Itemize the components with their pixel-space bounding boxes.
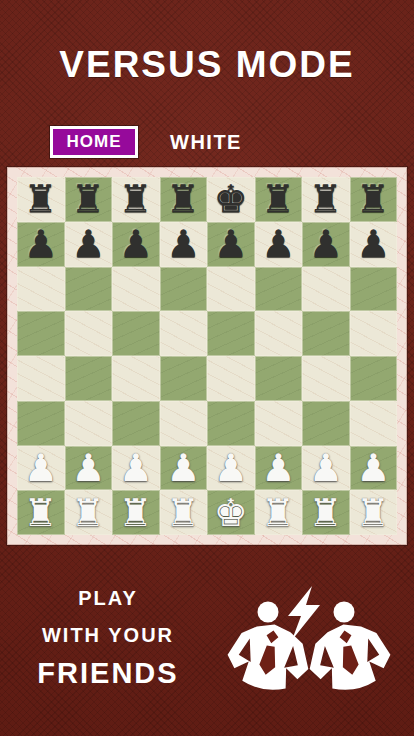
- black-pawn-piece: ♟: [71, 225, 105, 263]
- square-f7[interactable]: ♟: [255, 222, 303, 267]
- square-a8[interactable]: ♜: [17, 177, 65, 222]
- square-b7[interactable]: ♟: [65, 222, 113, 267]
- white-pawn-piece: ♟: [71, 449, 105, 487]
- square-f6[interactable]: [255, 267, 303, 312]
- square-d5[interactable]: [160, 311, 208, 356]
- square-h1[interactable]: ♜: [350, 490, 398, 535]
- white-rook-piece: ♜: [356, 494, 390, 532]
- page-title: VERSUS MODE: [0, 44, 414, 86]
- black-king-piece: ♚: [214, 180, 248, 218]
- square-a6[interactable]: [17, 267, 65, 312]
- white-rook-piece: ♜: [24, 494, 58, 532]
- black-rook-piece: ♜: [166, 180, 200, 218]
- square-e3[interactable]: [207, 401, 255, 446]
- square-a4[interactable]: [17, 356, 65, 401]
- home-button[interactable]: HOME: [50, 126, 138, 158]
- square-c2[interactable]: ♟: [112, 446, 160, 491]
- white-pawn-piece: ♟: [214, 449, 248, 487]
- white-rook-piece: ♜: [71, 494, 105, 532]
- footer-text: PLAY WITH YOUR FRIENDS: [20, 587, 196, 690]
- turn-indicator: WHITE: [170, 131, 242, 154]
- black-pawn-piece: ♟: [24, 225, 58, 263]
- board-frame: ♜♜♜♜♚♜♜♜♟♟♟♟♟♟♟♟♟♟♟♟♟♟♟♟♜♜♜♜♚♜♜♜: [7, 167, 407, 545]
- square-g7[interactable]: ♟: [302, 222, 350, 267]
- square-a3[interactable]: [17, 401, 65, 446]
- black-pawn-piece: ♟: [119, 225, 153, 263]
- white-rook-piece: ♜: [166, 494, 200, 532]
- black-rook-piece: ♜: [71, 180, 105, 218]
- square-d8[interactable]: ♜: [160, 177, 208, 222]
- square-h8[interactable]: ♜: [350, 177, 398, 222]
- footer-line-1: PLAY: [20, 587, 196, 610]
- square-f5[interactable]: [255, 311, 303, 356]
- square-b2[interactable]: ♟: [65, 446, 113, 491]
- black-rook-piece: ♜: [309, 180, 343, 218]
- square-c8[interactable]: ♜: [112, 177, 160, 222]
- white-rook-piece: ♜: [309, 494, 343, 532]
- square-b6[interactable]: [65, 267, 113, 312]
- versus-players-icon: [224, 586, 394, 692]
- square-g6[interactable]: [302, 267, 350, 312]
- square-f4[interactable]: [255, 356, 303, 401]
- chess-board: ♜♜♜♜♚♜♜♜♟♟♟♟♟♟♟♟♟♟♟♟♟♟♟♟♜♜♜♜♚♜♜♜: [17, 177, 397, 535]
- black-pawn-piece: ♟: [214, 225, 248, 263]
- square-h3[interactable]: [350, 401, 398, 446]
- square-e7[interactable]: ♟: [207, 222, 255, 267]
- white-pawn-piece: ♟: [261, 449, 295, 487]
- square-e4[interactable]: [207, 356, 255, 401]
- square-h6[interactable]: [350, 267, 398, 312]
- lightning-bolt-icon: [288, 586, 320, 640]
- black-rook-piece: ♜: [119, 180, 153, 218]
- black-pawn-piece: ♟: [356, 225, 390, 263]
- square-d1[interactable]: ♜: [160, 490, 208, 535]
- square-b5[interactable]: [65, 311, 113, 356]
- square-f3[interactable]: [255, 401, 303, 446]
- square-f2[interactable]: ♟: [255, 446, 303, 491]
- square-g2[interactable]: ♟: [302, 446, 350, 491]
- square-c7[interactable]: ♟: [112, 222, 160, 267]
- square-g4[interactable]: [302, 356, 350, 401]
- square-h2[interactable]: ♟: [350, 446, 398, 491]
- square-e1[interactable]: ♚: [207, 490, 255, 535]
- white-pawn-piece: ♟: [356, 449, 390, 487]
- square-d6[interactable]: [160, 267, 208, 312]
- black-pawn-piece: ♟: [309, 225, 343, 263]
- footer-line-2: WITH YOUR: [20, 624, 196, 647]
- white-pawn-piece: ♟: [166, 449, 200, 487]
- white-rook-piece: ♜: [119, 494, 153, 532]
- footer-line-3: FRIENDS: [20, 657, 196, 690]
- square-g1[interactable]: ♜: [302, 490, 350, 535]
- right-player-body: [303, 617, 394, 692]
- square-f8[interactable]: ♜: [255, 177, 303, 222]
- square-d4[interactable]: [160, 356, 208, 401]
- black-rook-piece: ♜: [24, 180, 58, 218]
- square-b4[interactable]: [65, 356, 113, 401]
- left-player-body: [224, 617, 315, 692]
- square-a5[interactable]: [17, 311, 65, 356]
- left-player-head: [258, 602, 279, 623]
- white-pawn-piece: ♟: [119, 449, 153, 487]
- square-a2[interactable]: ♟: [17, 446, 65, 491]
- square-e2[interactable]: ♟: [207, 446, 255, 491]
- black-rook-piece: ♜: [356, 180, 390, 218]
- square-h4[interactable]: [350, 356, 398, 401]
- square-a7[interactable]: ♟: [17, 222, 65, 267]
- white-pawn-piece: ♟: [309, 449, 343, 487]
- square-b1[interactable]: ♜: [65, 490, 113, 535]
- square-d3[interactable]: [160, 401, 208, 446]
- square-g3[interactable]: [302, 401, 350, 446]
- square-b3[interactable]: [65, 401, 113, 446]
- square-f1[interactable]: ♜: [255, 490, 303, 535]
- black-pawn-piece: ♟: [166, 225, 200, 263]
- square-c3[interactable]: [112, 401, 160, 446]
- square-e5[interactable]: [207, 311, 255, 356]
- square-c5[interactable]: [112, 311, 160, 356]
- square-g5[interactable]: [302, 311, 350, 356]
- white-king-piece: ♚: [214, 494, 248, 532]
- square-g8[interactable]: ♜: [302, 177, 350, 222]
- square-a1[interactable]: ♜: [17, 490, 65, 535]
- square-d7[interactable]: ♟: [160, 222, 208, 267]
- square-e6[interactable]: [207, 267, 255, 312]
- square-h7[interactable]: ♟: [350, 222, 398, 267]
- white-rook-piece: ♜: [261, 494, 295, 532]
- square-c4[interactable]: [112, 356, 160, 401]
- square-c6[interactable]: [112, 267, 160, 312]
- square-e8[interactable]: ♚: [207, 177, 255, 222]
- black-pawn-piece: ♟: [261, 225, 295, 263]
- square-c1[interactable]: ♜: [112, 490, 160, 535]
- square-d2[interactable]: ♟: [160, 446, 208, 491]
- right-player-head: [334, 602, 355, 623]
- black-rook-piece: ♜: [261, 180, 295, 218]
- white-pawn-piece: ♟: [24, 449, 58, 487]
- square-b8[interactable]: ♜: [65, 177, 113, 222]
- square-h5[interactable]: [350, 311, 398, 356]
